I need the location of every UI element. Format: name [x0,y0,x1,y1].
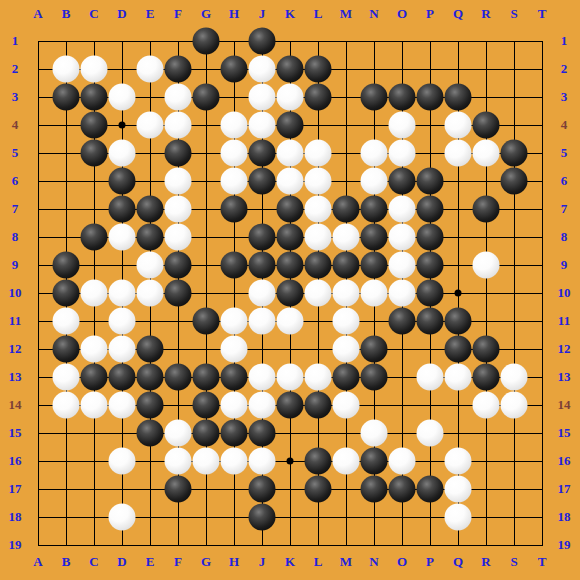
white-stone [249,364,276,391]
row-label-right: 6 [561,173,568,189]
row-label-left: 8 [12,229,19,245]
star-point [455,290,462,297]
white-stone [333,448,360,475]
white-stone [389,140,416,167]
white-stone [277,308,304,335]
black-stone [333,252,360,279]
column-label-bottom: Q [453,554,463,570]
black-stone [109,168,136,195]
row-label-right: 13 [558,369,571,385]
row-label-left: 19 [9,537,22,553]
black-stone [81,112,108,139]
row-label-right: 17 [558,481,571,497]
white-stone [305,280,332,307]
black-stone [221,56,248,83]
white-stone [473,252,500,279]
white-stone [221,448,248,475]
white-stone [137,56,164,83]
white-stone [249,392,276,419]
black-stone [277,252,304,279]
black-stone [445,308,472,335]
white-stone [165,168,192,195]
white-stone [81,56,108,83]
black-stone [305,252,332,279]
black-stone [137,224,164,251]
white-stone [361,280,388,307]
white-stone [81,336,108,363]
white-stone [81,280,108,307]
star-point [287,458,294,465]
go-board[interactable]: AABBCCDDEEFFGGHHJJKKLLMMNNOOPPQQRRSSTT11… [0,0,580,580]
black-stone [445,84,472,111]
row-label-right: 16 [558,453,571,469]
black-stone [193,392,220,419]
row-label-left: 16 [9,453,22,469]
white-stone [305,196,332,223]
black-stone [473,112,500,139]
white-stone [445,504,472,531]
white-stone [81,392,108,419]
column-label-top: J [259,6,266,22]
white-stone [109,504,136,531]
white-stone [333,336,360,363]
grid-line-horizontal [38,433,543,434]
white-stone [109,280,136,307]
column-label-top: P [426,6,434,22]
white-stone [361,420,388,447]
white-stone [445,448,472,475]
black-stone [137,336,164,363]
white-stone [501,364,528,391]
white-stone [249,56,276,83]
black-stone [389,84,416,111]
row-label-left: 14 [9,397,22,413]
black-stone [361,84,388,111]
black-stone [305,476,332,503]
row-label-right: 18 [558,509,571,525]
row-label-right: 2 [561,61,568,77]
row-label-right: 1 [561,33,568,49]
black-stone [277,280,304,307]
black-stone [417,252,444,279]
black-stone [361,476,388,503]
black-stone [53,84,80,111]
black-stone [305,56,332,83]
white-stone [137,252,164,279]
row-label-left: 5 [12,145,19,161]
black-stone [165,280,192,307]
black-stone [81,364,108,391]
white-stone [277,364,304,391]
row-label-right: 4 [561,117,568,133]
grid-line-horizontal [38,545,543,546]
black-stone [305,392,332,419]
white-stone [137,112,164,139]
black-stone [53,252,80,279]
black-stone [109,196,136,223]
white-stone [305,364,332,391]
black-stone [389,168,416,195]
black-stone [249,140,276,167]
white-stone [193,448,220,475]
column-label-top: O [397,6,407,22]
black-stone [333,196,360,223]
column-label-top: M [340,6,352,22]
column-label-bottom: R [481,554,490,570]
black-stone [109,364,136,391]
black-stone [249,168,276,195]
white-stone [109,224,136,251]
white-stone [165,448,192,475]
black-stone [193,308,220,335]
row-label-right: 9 [561,257,568,273]
black-stone [81,140,108,167]
column-label-bottom: M [340,554,352,570]
white-stone [109,336,136,363]
row-label-left: 18 [9,509,22,525]
row-label-right: 8 [561,229,568,245]
black-stone [417,280,444,307]
row-label-left: 6 [12,173,19,189]
row-label-right: 7 [561,201,568,217]
black-stone [221,196,248,223]
row-label-right: 19 [558,537,571,553]
black-stone [249,252,276,279]
column-label-bottom: K [285,554,295,570]
star-point [119,122,126,129]
white-stone [389,224,416,251]
white-stone [165,224,192,251]
white-stone [417,364,444,391]
column-label-bottom: S [510,554,517,570]
row-label-right: 5 [561,145,568,161]
black-stone [193,84,220,111]
black-stone [249,420,276,447]
black-stone [137,196,164,223]
black-stone [417,224,444,251]
row-label-left: 2 [12,61,19,77]
black-stone [165,140,192,167]
column-label-bottom: H [229,554,239,570]
white-stone [473,140,500,167]
column-label-bottom: G [201,554,211,570]
white-stone [389,280,416,307]
white-stone [445,476,472,503]
column-label-bottom: A [33,554,42,570]
black-stone [165,364,192,391]
column-label-top: L [314,6,323,22]
black-stone [193,364,220,391]
row-label-left: 3 [12,89,19,105]
row-label-left: 9 [12,257,19,273]
column-label-top: K [285,6,295,22]
black-stone [333,364,360,391]
black-stone [277,224,304,251]
white-stone [333,308,360,335]
row-label-right: 3 [561,89,568,105]
black-stone [361,224,388,251]
column-label-top: D [117,6,126,22]
white-stone [53,308,80,335]
column-label-top: S [510,6,517,22]
white-stone [445,112,472,139]
column-label-top: G [201,6,211,22]
black-stone [165,56,192,83]
row-label-left: 17 [9,481,22,497]
black-stone [221,252,248,279]
column-label-bottom: F [174,554,182,570]
white-stone [417,420,444,447]
white-stone [361,168,388,195]
column-label-bottom: P [426,554,434,570]
white-stone [53,364,80,391]
black-stone [445,336,472,363]
black-stone [361,252,388,279]
black-stone [417,168,444,195]
black-stone [501,168,528,195]
column-label-bottom: E [146,554,155,570]
white-stone [445,364,472,391]
white-stone [221,168,248,195]
white-stone [221,392,248,419]
white-stone [249,308,276,335]
black-stone [221,364,248,391]
black-stone [417,196,444,223]
grid-line-vertical [542,41,543,546]
black-stone [389,308,416,335]
column-label-top: C [89,6,98,22]
column-label-top: A [33,6,42,22]
white-stone [165,196,192,223]
white-stone [109,84,136,111]
column-label-top: F [174,6,182,22]
black-stone [501,140,528,167]
black-stone [53,336,80,363]
grid-line-vertical [514,41,515,546]
white-stone [249,280,276,307]
black-stone [361,364,388,391]
white-stone [249,112,276,139]
white-stone [305,168,332,195]
white-stone [221,112,248,139]
column-label-top: E [146,6,155,22]
white-stone [473,392,500,419]
white-stone [305,140,332,167]
white-stone [249,448,276,475]
black-stone [277,196,304,223]
column-label-bottom: B [62,554,71,570]
black-stone [137,392,164,419]
white-stone [277,84,304,111]
black-stone [277,112,304,139]
white-stone [165,420,192,447]
column-label-top: T [538,6,547,22]
white-stone [333,224,360,251]
column-label-bottom: C [89,554,98,570]
row-label-right: 12 [558,341,571,357]
white-stone [277,140,304,167]
column-label-top: R [481,6,490,22]
white-stone [109,392,136,419]
row-label-right: 15 [558,425,571,441]
row-label-left: 15 [9,425,22,441]
white-stone [109,448,136,475]
column-label-top: Q [453,6,463,22]
white-stone [165,84,192,111]
white-stone [221,308,248,335]
black-stone [193,420,220,447]
column-label-bottom: T [538,554,547,570]
black-stone [137,420,164,447]
row-label-left: 7 [12,201,19,217]
black-stone [473,196,500,223]
white-stone [361,140,388,167]
black-stone [193,28,220,55]
black-stone [305,84,332,111]
row-label-left: 4 [12,117,19,133]
white-stone [389,448,416,475]
row-label-right: 11 [558,313,570,329]
white-stone [137,280,164,307]
black-stone [81,224,108,251]
column-label-bottom: J [259,554,266,570]
column-label-top: B [62,6,71,22]
black-stone [417,476,444,503]
column-label-top: H [229,6,239,22]
row-label-left: 1 [12,33,19,49]
white-stone [389,112,416,139]
white-stone [277,168,304,195]
black-stone [53,280,80,307]
white-stone [305,224,332,251]
black-stone [305,448,332,475]
row-label-left: 11 [9,313,21,329]
white-stone [333,392,360,419]
black-stone [417,308,444,335]
row-label-left: 12 [9,341,22,357]
black-stone [165,476,192,503]
black-stone [221,420,248,447]
white-stone [109,140,136,167]
black-stone [165,252,192,279]
white-stone [53,392,80,419]
black-stone [389,476,416,503]
black-stone [277,56,304,83]
row-label-left: 10 [9,285,22,301]
black-stone [249,504,276,531]
black-stone [81,84,108,111]
black-stone [473,336,500,363]
white-stone [445,140,472,167]
white-stone [389,196,416,223]
white-stone [389,252,416,279]
white-stone [249,84,276,111]
black-stone [473,364,500,391]
white-stone [221,336,248,363]
black-stone [361,448,388,475]
row-label-right: 14 [558,397,571,413]
black-stone [361,196,388,223]
column-label-top: N [369,6,378,22]
black-stone [249,28,276,55]
black-stone [137,364,164,391]
white-stone [53,56,80,83]
white-stone [165,112,192,139]
black-stone [277,392,304,419]
column-label-bottom: L [314,554,323,570]
column-label-bottom: N [369,554,378,570]
black-stone [249,476,276,503]
black-stone [417,84,444,111]
column-label-bottom: O [397,554,407,570]
black-stone [249,224,276,251]
column-label-bottom: D [117,554,126,570]
white-stone [333,280,360,307]
black-stone [361,336,388,363]
white-stone [109,308,136,335]
white-stone [221,140,248,167]
row-label-left: 13 [9,369,22,385]
row-label-right: 10 [558,285,571,301]
white-stone [501,392,528,419]
